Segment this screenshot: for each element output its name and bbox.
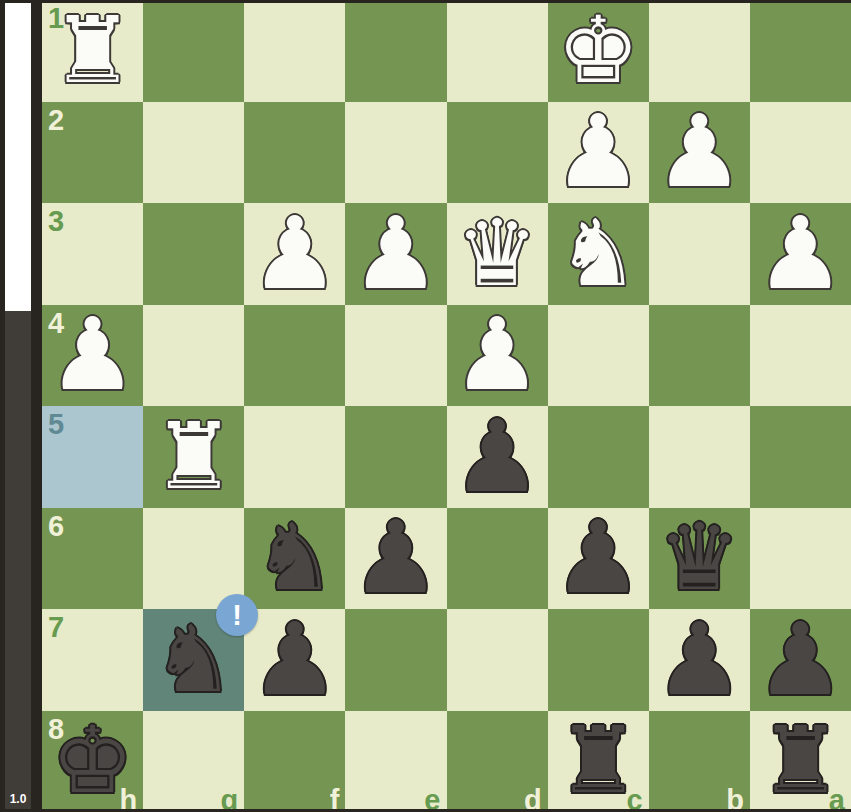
square-a1[interactable] <box>750 0 851 102</box>
square-b4[interactable] <box>649 305 750 407</box>
square-a6[interactable] <box>750 508 851 610</box>
square-d6[interactable] <box>447 508 548 610</box>
square-h8[interactable]: 8h♚ <box>42 711 143 812</box>
square-g3[interactable] <box>143 203 244 305</box>
square-c7[interactable] <box>548 609 649 711</box>
square-e8[interactable]: e <box>345 711 446 812</box>
black-pawn[interactable]: ♟ <box>452 407 542 507</box>
square-e2[interactable] <box>345 102 446 204</box>
square-g6[interactable] <box>143 508 244 610</box>
rank-coordinate: 5 <box>48 410 64 439</box>
square-f7[interactable]: ♟ <box>244 609 345 711</box>
board-top-edge <box>0 0 851 3</box>
white-pawn[interactable]: ♟ <box>250 204 340 304</box>
black-king[interactable]: ♚ <box>51 715 133 807</box>
square-c6[interactable]: ♟ <box>548 508 649 610</box>
rank-coordinate: 6 <box>48 512 64 541</box>
rank-coordinate: 7 <box>48 613 64 642</box>
square-a2[interactable] <box>750 102 851 204</box>
square-g8[interactable]: g <box>143 711 244 812</box>
square-b8[interactable]: b <box>649 711 750 812</box>
square-e1[interactable] <box>345 0 446 102</box>
square-c3[interactable]: ♞ <box>548 203 649 305</box>
exclamation-icon: ! <box>232 601 242 630</box>
square-f2[interactable] <box>244 102 345 204</box>
black-rook[interactable]: ♜ <box>759 715 841 807</box>
square-c4[interactable] <box>548 305 649 407</box>
square-b5[interactable] <box>649 406 750 508</box>
square-h6[interactable]: 6 <box>42 508 143 610</box>
square-g2[interactable] <box>143 102 244 204</box>
square-h5[interactable]: 5 <box>42 406 143 508</box>
white-king[interactable]: ♚ <box>557 5 639 97</box>
square-c5[interactable] <box>548 406 649 508</box>
square-h2[interactable]: 2 <box>42 102 143 204</box>
black-queen[interactable]: ♛ <box>658 512 740 604</box>
white-pawn[interactable]: ♟ <box>48 305 138 405</box>
square-c2[interactable]: ♟ <box>548 102 649 204</box>
white-pawn[interactable]: ♟ <box>553 102 643 202</box>
square-d3[interactable]: ♛ <box>447 203 548 305</box>
white-rook[interactable]: ♜ <box>51 5 133 97</box>
square-e6[interactable]: ♟ <box>345 508 446 610</box>
square-c8[interactable]: c♜ <box>548 711 649 812</box>
square-c1[interactable]: ♚ <box>548 0 649 102</box>
black-knight[interactable]: ♞ <box>254 512 336 604</box>
white-rook[interactable]: ♜ <box>152 411 234 503</box>
square-h4[interactable]: 4♟ <box>42 305 143 407</box>
square-h1[interactable]: 1♜ <box>42 0 143 102</box>
square-f5[interactable] <box>244 406 345 508</box>
eval-score: 1.0 <box>0 792 36 806</box>
white-knight[interactable]: ♞ <box>557 208 639 300</box>
white-queen[interactable]: ♛ <box>456 208 538 300</box>
black-pawn[interactable]: ♟ <box>250 610 340 710</box>
square-b6[interactable]: ♛ <box>649 508 750 610</box>
square-h3[interactable]: 3 <box>42 203 143 305</box>
black-pawn[interactable]: ♟ <box>553 508 643 608</box>
square-d4[interactable]: ♟ <box>447 305 548 407</box>
square-f4[interactable] <box>244 305 345 407</box>
square-b7[interactable]: ♟ <box>649 609 750 711</box>
square-d1[interactable] <box>447 0 548 102</box>
analysis-board-page: 1.0 ! 1♜♚2♟♟3♟♟♛♞♟4♟♟5♜♟6♞♟♟♛7♞♟♟♟8h♚gfe… <box>0 0 851 812</box>
square-d8[interactable]: d <box>447 711 548 812</box>
square-a5[interactable] <box>750 406 851 508</box>
white-pawn[interactable]: ♟ <box>654 102 744 202</box>
square-a4[interactable] <box>750 305 851 407</box>
black-pawn[interactable]: ♟ <box>654 610 744 710</box>
square-g5[interactable]: ♜ <box>143 406 244 508</box>
square-e3[interactable]: ♟ <box>345 203 446 305</box>
chess-board[interactable]: ! 1♜♚2♟♟3♟♟♛♞♟4♟♟5♜♟6♞♟♟♛7♞♟♟♟8h♚gfedc♜b… <box>42 0 851 812</box>
square-g4[interactable] <box>143 305 244 407</box>
square-e7[interactable] <box>345 609 446 711</box>
square-h7[interactable]: 7 <box>42 609 143 711</box>
square-b2[interactable]: ♟ <box>649 102 750 204</box>
square-b3[interactable] <box>649 203 750 305</box>
square-a3[interactable]: ♟ <box>750 203 851 305</box>
black-pawn[interactable]: ♟ <box>351 508 441 608</box>
eval-bar-track <box>5 3 31 809</box>
white-pawn[interactable]: ♟ <box>452 305 542 405</box>
square-b1[interactable] <box>649 0 750 102</box>
square-a7[interactable]: ♟ <box>750 609 851 711</box>
eval-bar: 1.0 <box>0 0 42 812</box>
rank-coordinate: 3 <box>48 207 64 236</box>
rank-coordinate: 2 <box>48 106 64 135</box>
white-pawn[interactable]: ♟ <box>756 204 846 304</box>
square-f1[interactable] <box>244 0 345 102</box>
black-rook[interactable]: ♜ <box>557 715 639 807</box>
white-pawn[interactable]: ♟ <box>351 204 441 304</box>
square-g1[interactable] <box>143 0 244 102</box>
square-d2[interactable] <box>447 102 548 204</box>
black-pawn[interactable]: ♟ <box>756 610 846 710</box>
good-move-badge: ! <box>216 594 258 636</box>
square-d5[interactable]: ♟ <box>447 406 548 508</box>
square-e4[interactable] <box>345 305 446 407</box>
square-f8[interactable]: f <box>244 711 345 812</box>
square-f3[interactable]: ♟ <box>244 203 345 305</box>
eval-bar-white-share <box>5 3 31 311</box>
square-e5[interactable] <box>345 406 446 508</box>
square-d7[interactable] <box>447 609 548 711</box>
square-a8[interactable]: a♜ <box>750 711 851 812</box>
square-f6[interactable]: ♞ <box>244 508 345 610</box>
